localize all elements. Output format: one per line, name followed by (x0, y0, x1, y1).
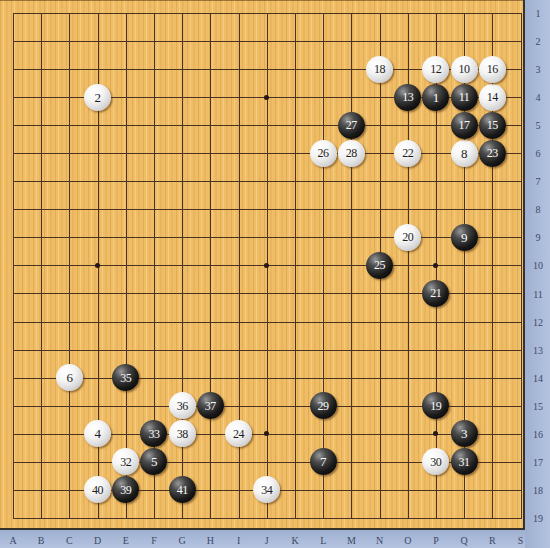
stone-white-8: 8 (451, 140, 478, 167)
file-label-E: E (123, 535, 129, 546)
stone-black-5: 5 (140, 448, 167, 475)
go-diagram: 1234567891011121314151617181920212223242… (0, 0, 550, 548)
file-label-K: K (291, 535, 298, 546)
rank-label-13: 13 (533, 344, 543, 355)
file-label-A: A (9, 535, 16, 546)
rank-label-8: 8 (536, 204, 541, 215)
file-label-P: P (433, 535, 439, 546)
stone-black-33: 33 (140, 420, 167, 447)
file-label-I: I (237, 535, 240, 546)
file-label-R: R (489, 535, 496, 546)
file-label-O: O (404, 535, 411, 546)
rank-label-17: 17 (533, 456, 543, 467)
star-point-P16 (433, 431, 438, 436)
stone-black-15: 15 (479, 112, 506, 139)
star-point-J4 (264, 95, 269, 100)
file-coordinate-strip: ABCDEFGHIJKLMNOPQRS (0, 530, 525, 548)
rank-label-2: 2 (536, 36, 541, 47)
stone-white-26: 26 (310, 140, 337, 167)
stone-black-7: 7 (310, 448, 337, 475)
stone-black-39: 39 (112, 476, 139, 503)
rank-label-9: 9 (536, 232, 541, 243)
rank-label-1: 1 (536, 8, 541, 19)
file-label-C: C (66, 535, 73, 546)
stone-black-41: 41 (169, 476, 196, 503)
stone-black-3: 3 (451, 420, 478, 447)
stone-black-21: 21 (422, 280, 449, 307)
goban-intersections: 1234567891011121314151617181920212223242… (0, 0, 534, 532)
stone-white-38: 38 (169, 420, 196, 447)
file-label-Q: Q (461, 535, 468, 546)
stone-white-16: 16 (479, 56, 506, 83)
stone-white-4: 4 (84, 420, 111, 447)
stone-white-30: 30 (422, 448, 449, 475)
star-point-P10 (433, 263, 438, 268)
stone-white-14: 14 (479, 84, 506, 111)
rank-label-18: 18 (533, 484, 543, 495)
rank-label-10: 10 (533, 260, 543, 271)
stone-white-34: 34 (253, 476, 280, 503)
file-label-B: B (38, 535, 45, 546)
stone-white-20: 20 (394, 224, 421, 251)
goban[interactable]: 1234567891011121314151617181920212223242… (0, 0, 525, 530)
file-label-H: H (207, 535, 214, 546)
stone-white-32: 32 (112, 448, 139, 475)
file-label-F: F (151, 535, 157, 546)
stone-white-2: 2 (84, 84, 111, 111)
rank-label-19: 19 (533, 512, 543, 523)
rank-label-12: 12 (533, 316, 543, 327)
stone-white-6: 6 (56, 364, 83, 391)
stone-black-1: 1 (422, 84, 449, 111)
file-label-J: J (265, 535, 269, 546)
stone-white-10: 10 (451, 56, 478, 83)
stone-black-23: 23 (479, 140, 506, 167)
file-label-G: G (179, 535, 186, 546)
rank-label-15: 15 (533, 400, 543, 411)
stone-black-31: 31 (451, 448, 478, 475)
rank-label-11: 11 (533, 288, 543, 299)
stone-white-22: 22 (394, 140, 421, 167)
file-label-S: S (518, 535, 524, 546)
rank-label-3: 3 (536, 64, 541, 75)
rank-label-7: 7 (536, 176, 541, 187)
stone-black-29: 29 (310, 392, 337, 419)
stone-black-19: 19 (422, 392, 449, 419)
stone-white-36: 36 (169, 392, 196, 419)
star-point-J10 (264, 263, 269, 268)
stone-white-12: 12 (422, 56, 449, 83)
stone-black-17: 17 (451, 112, 478, 139)
file-label-M: M (347, 535, 356, 546)
file-label-D: D (94, 535, 101, 546)
rank-label-14: 14 (533, 372, 543, 383)
rank-label-16: 16 (533, 428, 543, 439)
stone-white-40: 40 (84, 476, 111, 503)
rank-label-5: 5 (536, 120, 541, 131)
file-label-L: L (320, 535, 326, 546)
stone-black-25: 25 (366, 252, 393, 279)
stone-black-27: 27 (338, 112, 365, 139)
stone-black-13: 13 (394, 84, 421, 111)
stone-black-9: 9 (451, 224, 478, 251)
stone-black-37: 37 (197, 392, 224, 419)
star-point-D10 (95, 263, 100, 268)
stone-white-28: 28 (338, 140, 365, 167)
stone-black-11: 11 (451, 84, 478, 111)
rank-coordinate-strip: 12345678910111213141516171819 (525, 0, 550, 548)
rank-label-4: 4 (536, 92, 541, 103)
file-label-N: N (376, 535, 383, 546)
stone-black-35: 35 (112, 364, 139, 391)
star-point-J16 (264, 431, 269, 436)
stone-white-18: 18 (366, 56, 393, 83)
stone-white-24: 24 (225, 420, 252, 447)
rank-label-6: 6 (536, 148, 541, 159)
